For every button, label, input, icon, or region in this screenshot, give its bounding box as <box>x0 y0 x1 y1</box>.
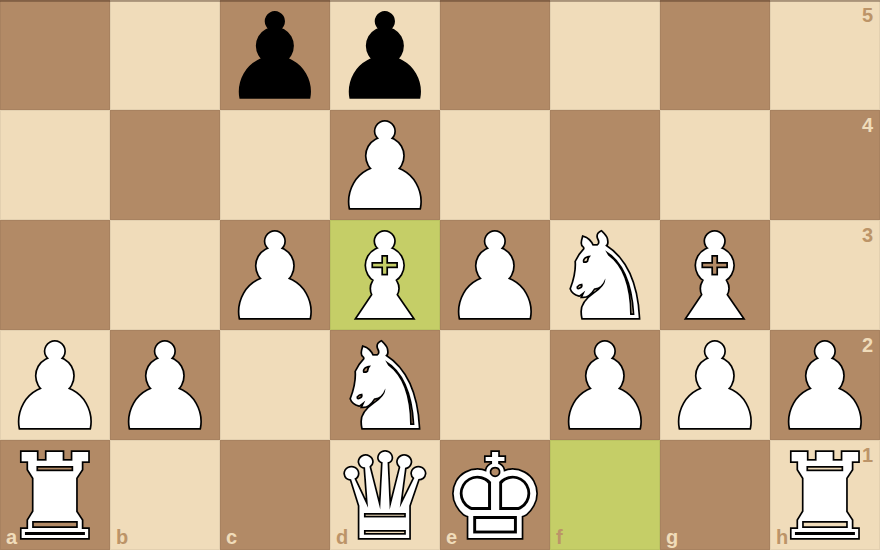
white-rook[interactable]: ♜ <box>772 438 878 550</box>
square-c5[interactable]: ♟ <box>220 0 330 110</box>
square-f3[interactable]: ♞ <box>550 220 660 330</box>
square-b1[interactable]: b <box>110 440 220 550</box>
white-pawn[interactable]: ♟ <box>662 328 768 446</box>
white-rook[interactable]: ♜ <box>2 438 108 550</box>
square-h1[interactable]: ♜1h <box>770 440 880 550</box>
square-h2[interactable]: ♟2 <box>770 330 880 440</box>
square-g3[interactable]: ♝ <box>660 220 770 330</box>
square-e5[interactable] <box>440 0 550 110</box>
square-a4[interactable] <box>0 110 110 220</box>
square-f5[interactable] <box>550 0 660 110</box>
square-h5[interactable]: 5 <box>770 0 880 110</box>
square-b3[interactable] <box>110 220 220 330</box>
square-b4[interactable] <box>110 110 220 220</box>
white-pawn[interactable]: ♟ <box>442 218 548 336</box>
square-b2[interactable]: ♟ <box>110 330 220 440</box>
white-pawn[interactable]: ♟ <box>112 328 218 446</box>
square-g2[interactable]: ♟ <box>660 330 770 440</box>
square-e2[interactable] <box>440 330 550 440</box>
square-d2[interactable]: ♞ <box>330 330 440 440</box>
rank-label-4: 4 <box>862 115 873 135</box>
square-c1[interactable]: c <box>220 440 330 550</box>
white-king[interactable]: ♚ <box>442 438 548 550</box>
square-f2[interactable]: ♟ <box>550 330 660 440</box>
square-a3[interactable] <box>0 220 110 330</box>
square-a2[interactable]: ♟ <box>0 330 110 440</box>
square-f1[interactable]: f <box>550 440 660 550</box>
square-g1[interactable]: g <box>660 440 770 550</box>
white-pawn[interactable]: ♟ <box>222 218 328 336</box>
square-h4[interactable]: 4 <box>770 110 880 220</box>
square-e3[interactable]: ♟ <box>440 220 550 330</box>
square-d1[interactable]: ♛d <box>330 440 440 550</box>
file-label-b: b <box>116 527 128 547</box>
white-pawn[interactable]: ♟ <box>552 328 658 446</box>
rank-label-5: 5 <box>862 5 873 25</box>
square-h3[interactable]: 3 <box>770 220 880 330</box>
square-d5[interactable]: ♟ <box>330 0 440 110</box>
square-a5[interactable] <box>0 0 110 110</box>
square-a1[interactable]: ♜a <box>0 440 110 550</box>
white-queen[interactable]: ♛ <box>332 438 438 550</box>
file-label-c: c <box>226 527 237 547</box>
file-label-g: g <box>666 527 678 547</box>
rank-label-3: 3 <box>862 225 873 245</box>
square-c2[interactable] <box>220 330 330 440</box>
square-d3[interactable]: ♝ <box>330 220 440 330</box>
square-d4[interactable]: ♟ <box>330 110 440 220</box>
square-e4[interactable] <box>440 110 550 220</box>
square-c4[interactable] <box>220 110 330 220</box>
file-label-f: f <box>556 527 563 547</box>
square-g4[interactable] <box>660 110 770 220</box>
black-pawn[interactable]: ♟ <box>222 0 328 116</box>
chess-board: ♟♟5♟4♟♝♟♞♝3♟♟♞♟♟♟2♜abc♛d♚efg♜1h <box>0 0 880 550</box>
square-b5[interactable] <box>110 0 220 110</box>
square-c3[interactable]: ♟ <box>220 220 330 330</box>
square-f4[interactable] <box>550 110 660 220</box>
square-e1[interactable]: ♚e <box>440 440 550 550</box>
square-g5[interactable] <box>660 0 770 110</box>
